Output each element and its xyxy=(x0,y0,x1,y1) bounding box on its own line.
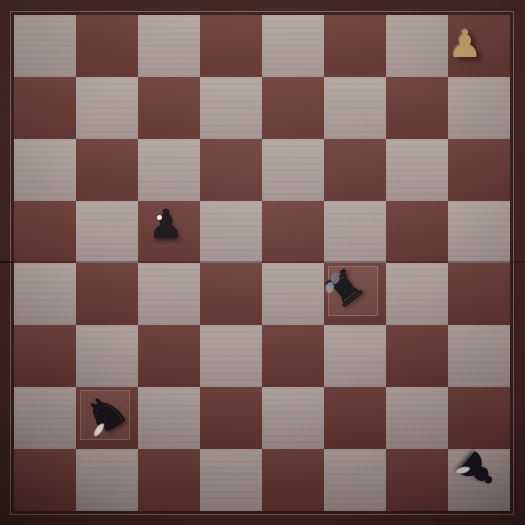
square-a4[interactable] xyxy=(14,263,76,325)
square-a8[interactable] xyxy=(14,15,76,77)
square-d4[interactable] xyxy=(200,263,262,325)
square-d6[interactable] xyxy=(200,139,262,201)
square-f2[interactable] xyxy=(324,387,386,449)
square-e6[interactable] xyxy=(262,139,324,201)
square-b8[interactable] xyxy=(76,15,138,77)
square-g4[interactable] xyxy=(386,263,448,325)
square-c3[interactable] xyxy=(138,325,200,387)
square-b7[interactable] xyxy=(76,77,138,139)
black-pawn-glyph: ♟ xyxy=(148,204,184,244)
square-d5[interactable] xyxy=(200,201,262,263)
square-h5[interactable] xyxy=(448,201,510,263)
square-f7[interactable] xyxy=(324,77,386,139)
piece-black-pawn-c5[interactable]: ♟ xyxy=(135,193,197,255)
black-pawn-glyph: ♟ xyxy=(448,442,507,501)
square-d3[interactable] xyxy=(200,325,262,387)
square-e7[interactable] xyxy=(262,77,324,139)
square-d7[interactable] xyxy=(200,77,262,139)
square-h4[interactable] xyxy=(448,263,510,325)
square-c4[interactable] xyxy=(138,263,200,325)
square-e5[interactable] xyxy=(262,201,324,263)
piece-white-pawn-h8[interactable]: ♟ xyxy=(434,13,496,75)
square-e1[interactable] xyxy=(262,449,324,511)
square-h7[interactable] xyxy=(448,77,510,139)
square-b6[interactable] xyxy=(76,139,138,201)
square-f6[interactable] xyxy=(324,139,386,201)
square-a7[interactable] xyxy=(14,77,76,139)
square-b1[interactable] xyxy=(76,449,138,511)
square-c1[interactable] xyxy=(138,449,200,511)
square-g2[interactable] xyxy=(386,387,448,449)
square-h6[interactable] xyxy=(448,139,510,201)
square-b5[interactable] xyxy=(76,201,138,263)
square-a6[interactable] xyxy=(14,139,76,201)
square-d2[interactable] xyxy=(200,387,262,449)
white-pawn-glyph: ♟ xyxy=(448,25,482,63)
square-g1[interactable] xyxy=(386,449,448,511)
square-a1[interactable] xyxy=(14,449,76,511)
black-knight-glyph: ♞ xyxy=(77,383,136,443)
square-g3[interactable] xyxy=(386,325,448,387)
board-photo: ♟♟♜♞♟ xyxy=(0,0,525,525)
square-c8[interactable] xyxy=(138,15,200,77)
square-f8[interactable] xyxy=(324,15,386,77)
square-a5[interactable] xyxy=(14,201,76,263)
square-e8[interactable] xyxy=(262,15,324,77)
square-c7[interactable] xyxy=(138,77,200,139)
square-f3[interactable] xyxy=(324,325,386,387)
square-c2[interactable] xyxy=(138,387,200,449)
square-e3[interactable] xyxy=(262,325,324,387)
square-g6[interactable] xyxy=(386,139,448,201)
square-b4[interactable] xyxy=(76,263,138,325)
square-g7[interactable] xyxy=(386,77,448,139)
square-e2[interactable] xyxy=(262,387,324,449)
square-g5[interactable] xyxy=(386,201,448,263)
black-rook-glyph: ♜ xyxy=(317,261,373,317)
square-c6[interactable] xyxy=(138,139,200,201)
square-d8[interactable] xyxy=(200,15,262,77)
square-a3[interactable] xyxy=(14,325,76,387)
square-h3[interactable] xyxy=(448,325,510,387)
square-a2[interactable] xyxy=(14,387,76,449)
square-d1[interactable] xyxy=(200,449,262,511)
square-f1[interactable] xyxy=(324,449,386,511)
